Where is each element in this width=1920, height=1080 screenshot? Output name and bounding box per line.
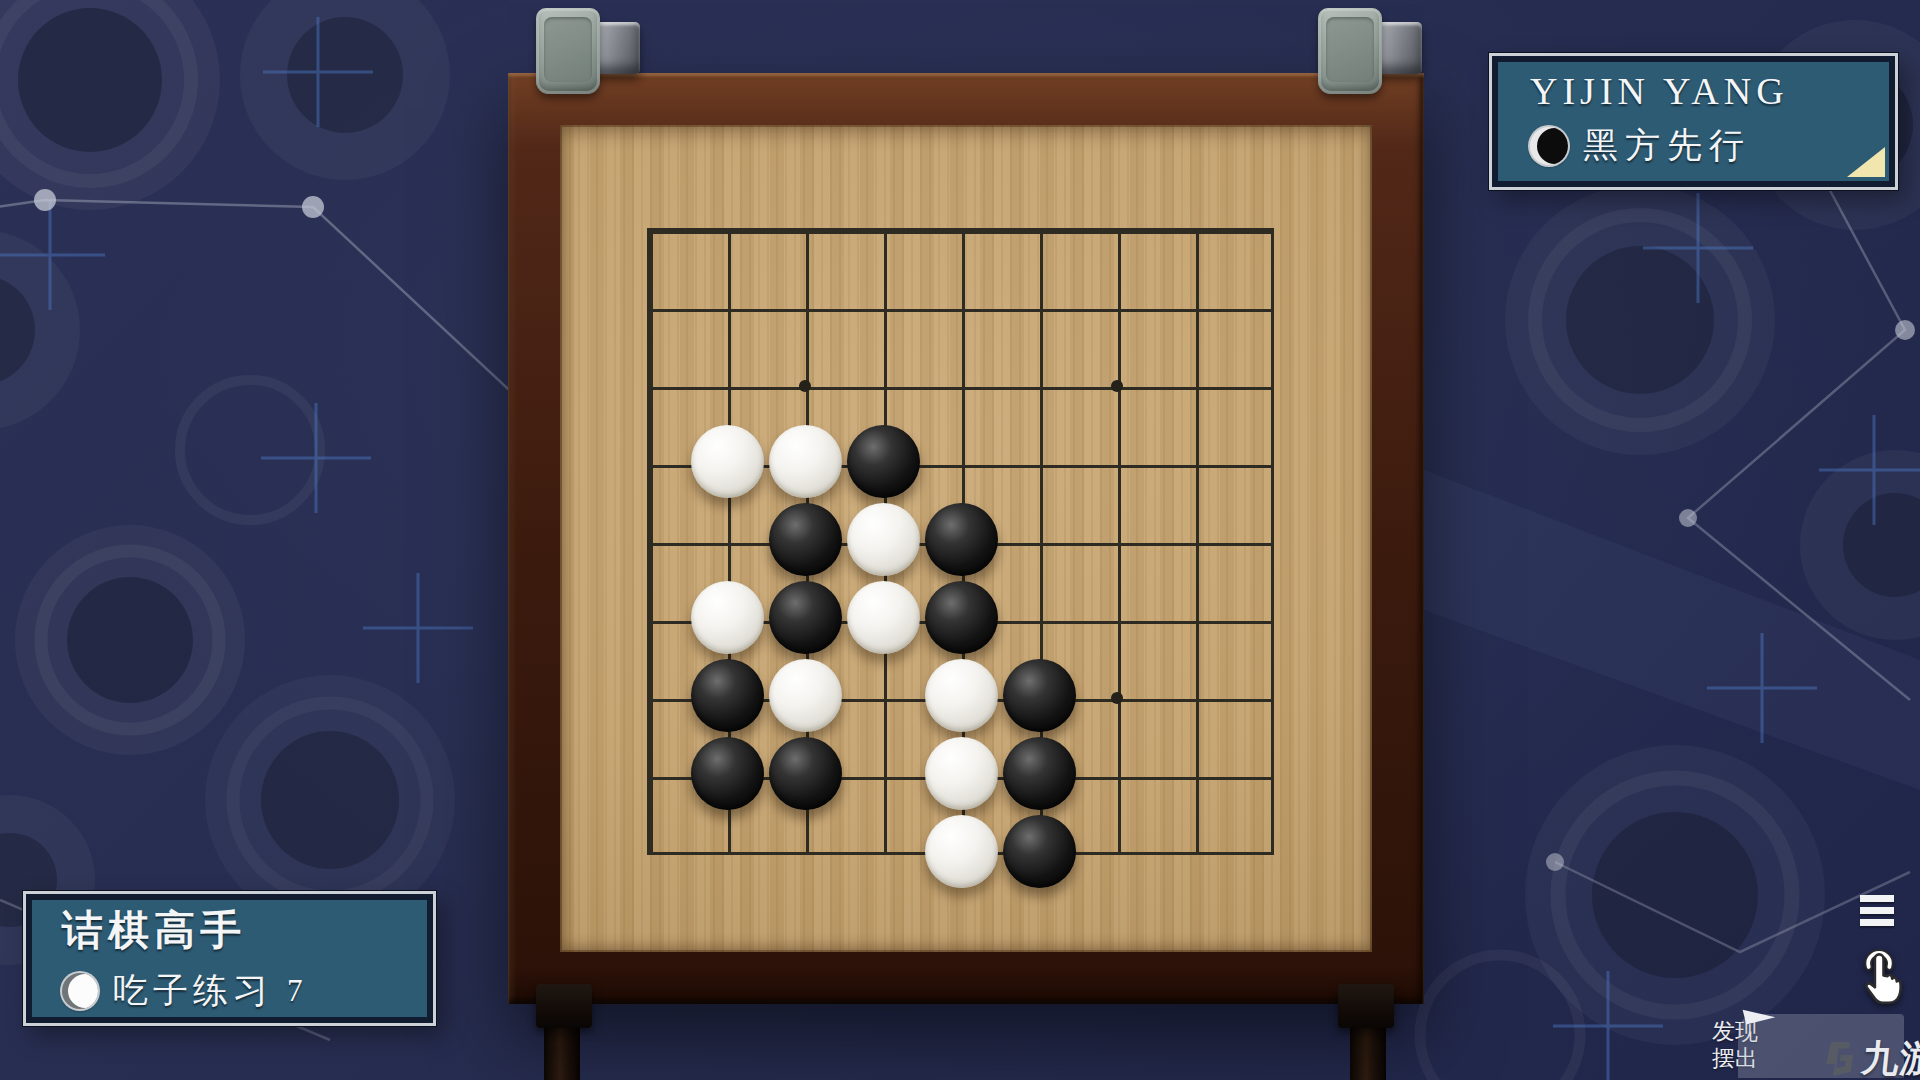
board-intersection[interactable] (922, 347, 1000, 425)
board-intersection[interactable] (1156, 737, 1234, 815)
white-stone (847, 581, 920, 654)
white-stone (769, 659, 842, 732)
board-intersection[interactable] (1000, 269, 1078, 347)
easel-leg-left (544, 1022, 580, 1080)
board-intersection[interactable] (1234, 815, 1312, 893)
white-stone (925, 659, 998, 732)
board-intersection[interactable] (1156, 269, 1234, 347)
frame-corner-foot-right (1338, 984, 1394, 1028)
corner-fold-triangle[interactable] (1847, 147, 1885, 177)
black-stone (925, 503, 998, 576)
board-intersection[interactable] (1156, 425, 1234, 503)
board-intersection[interactable] (688, 815, 766, 893)
board-intersection[interactable] (922, 425, 1000, 503)
board-intersection[interactable] (1078, 347, 1156, 425)
turn-label: 黑方先行 (1583, 122, 1751, 169)
board-intersection[interactable] (922, 269, 1000, 347)
board-intersection[interactable] (766, 269, 844, 347)
board-intersection[interactable] (1078, 581, 1156, 659)
black-stone (691, 737, 764, 810)
board-intersection[interactable] (1078, 737, 1156, 815)
board-intersection[interactable] (1234, 269, 1312, 347)
black-stone (925, 581, 998, 654)
board-intersection[interactable] (766, 191, 844, 269)
board-intersection[interactable] (610, 815, 688, 893)
board-intersection[interactable] (1234, 347, 1312, 425)
game-screen: YIJIN YANG 黑方先行 诘棋高手 吃子练习 7 发现 摆出 (0, 0, 1920, 1080)
white-stone (847, 503, 920, 576)
board-intersection[interactable] (922, 191, 1000, 269)
player-card[interactable]: YIJIN YANG 黑方先行 (1489, 53, 1898, 190)
board-intersection[interactable] (922, 503, 1000, 581)
bg-ring (180, 380, 320, 520)
board-intersection[interactable] (766, 737, 844, 815)
bg-ring (205, 675, 455, 925)
frame-corner-foot-left (536, 984, 592, 1028)
clamp-front-plate (536, 8, 600, 94)
jiuyou-logo-text: 九游 (1859, 1034, 1920, 1080)
board-intersection[interactable] (1156, 659, 1234, 737)
jiuyou-watermark: 九游 (1824, 1034, 1920, 1080)
black-stone-icon (1530, 127, 1568, 165)
board-intersection[interactable] (1234, 503, 1312, 581)
menu-bar (1860, 907, 1894, 914)
board-intersection[interactable] (1156, 815, 1234, 893)
board-intersection[interactable] (1000, 425, 1078, 503)
board-intersection[interactable] (844, 347, 922, 425)
puzzle-mode-label: 吃子练习 (113, 967, 273, 1014)
board-intersection[interactable] (1078, 503, 1156, 581)
board-intersection[interactable] (1156, 581, 1234, 659)
board-intersection[interactable] (1234, 191, 1312, 269)
board-intersection[interactable] (688, 581, 766, 659)
board-intersection[interactable] (610, 737, 688, 815)
black-stone (1003, 659, 1076, 732)
bg-ring (1420, 955, 1580, 1080)
bg-ring (0, 0, 220, 210)
board-intersection[interactable] (844, 581, 922, 659)
board-intersection[interactable] (1000, 737, 1078, 815)
board-intersection[interactable] (766, 347, 844, 425)
board-intersection[interactable] (1078, 425, 1156, 503)
black-stone (691, 659, 764, 732)
puzzle-title: 诘棋高手 (62, 903, 413, 958)
board-intersection[interactable] (1234, 659, 1312, 737)
board-intersection[interactable] (688, 425, 766, 503)
board-intersection[interactable] (610, 269, 688, 347)
board-intersection[interactable] (844, 269, 922, 347)
clamp-front-plate (1318, 8, 1382, 94)
board-intersection[interactable] (844, 737, 922, 815)
board-intersection[interactable] (610, 191, 688, 269)
board-intersection[interactable] (844, 191, 922, 269)
bg-ring (240, 0, 450, 180)
board-intersection[interactable] (1234, 581, 1312, 659)
white-stone (691, 581, 764, 654)
board-intersection[interactable] (766, 659, 844, 737)
puzzle-number: 7 (287, 973, 303, 1009)
easel-clamp-left (536, 8, 646, 103)
black-stone (1003, 737, 1076, 810)
board-intersection[interactable] (1000, 815, 1078, 893)
board-intersection[interactable] (1078, 269, 1156, 347)
board-intersection[interactable] (610, 347, 688, 425)
board-intersection[interactable] (844, 503, 922, 581)
player-name: YIJIN YANG (1530, 69, 1875, 113)
bg-ring (1505, 185, 1775, 455)
board-intersection[interactable] (1000, 581, 1078, 659)
white-stone-icon (62, 973, 98, 1009)
board-intersection[interactable] (1156, 503, 1234, 581)
jiuyou-logo-icon (1824, 1040, 1856, 1078)
hand-cursor-icon (1850, 948, 1906, 1010)
black-stone (769, 737, 842, 810)
board-intersection[interactable] (766, 425, 844, 503)
bg-ring (15, 525, 245, 755)
board-intersection[interactable] (1000, 659, 1078, 737)
board-intersection[interactable] (610, 659, 688, 737)
black-stone (769, 503, 842, 576)
stones-layer[interactable] (610, 191, 1312, 893)
board-intersection[interactable] (1078, 815, 1156, 893)
board-intersection[interactable] (688, 737, 766, 815)
board-intersection[interactable] (688, 347, 766, 425)
board-intersection[interactable] (688, 269, 766, 347)
white-stone (769, 425, 842, 498)
menu-button[interactable] (1860, 895, 1894, 926)
board-intersection[interactable] (766, 815, 844, 893)
board-intersection[interactable] (922, 737, 1000, 815)
board-intersection[interactable] (1078, 191, 1156, 269)
board-intersection[interactable] (688, 503, 766, 581)
board-intersection[interactable] (922, 815, 1000, 893)
board-intersection[interactable] (1156, 347, 1234, 425)
board-intersection[interactable] (1078, 659, 1156, 737)
board-intersection[interactable] (766, 581, 844, 659)
board-intersection[interactable] (1000, 191, 1078, 269)
board-intersection[interactable] (844, 659, 922, 737)
board-intersection[interactable] (766, 503, 844, 581)
board-intersection[interactable] (922, 581, 1000, 659)
white-stone (691, 425, 764, 498)
white-stone (925, 737, 998, 810)
menu-bar (1860, 895, 1894, 902)
bg-ring (1800, 450, 1920, 640)
board-intersection[interactable] (688, 191, 766, 269)
bg-ring (0, 230, 80, 430)
white-stone (925, 815, 998, 888)
menu-bar (1860, 919, 1894, 926)
board-intersection[interactable] (610, 581, 688, 659)
black-stone (847, 425, 920, 498)
board-intersection[interactable] (1000, 347, 1078, 425)
easel-leg-right (1350, 1022, 1386, 1080)
black-stone (769, 581, 842, 654)
black-stone (1003, 815, 1076, 888)
board-intersection[interactable] (688, 659, 766, 737)
board-intersection[interactable] (844, 815, 922, 893)
board-intersection[interactable] (610, 425, 688, 503)
board-intersection[interactable] (844, 425, 922, 503)
board-intersection[interactable] (1156, 191, 1234, 269)
board-intersection[interactable] (1234, 425, 1312, 503)
easel-clamp-right (1318, 8, 1428, 103)
board-intersection[interactable] (610, 503, 688, 581)
board-intersection[interactable] (1234, 737, 1312, 815)
board-intersection[interactable] (1000, 503, 1078, 581)
board-intersection[interactable] (922, 659, 1000, 737)
puzzle-card: 诘棋高手 吃子练习 7 (23, 891, 436, 1026)
